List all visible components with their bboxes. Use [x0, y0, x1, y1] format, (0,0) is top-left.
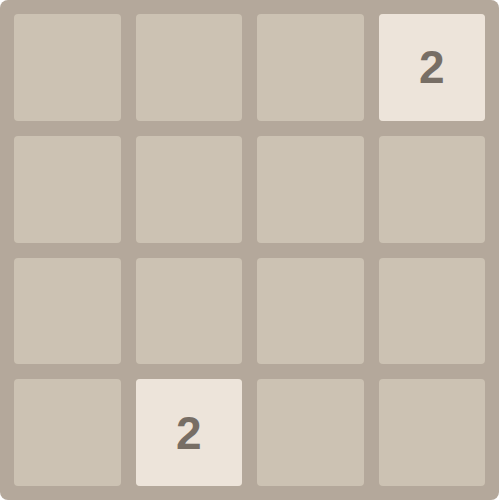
cell-r1c2-empty: [136, 14, 243, 121]
cell-r3c4-empty: [379, 258, 486, 365]
cell-r2c3-empty: [257, 136, 364, 243]
cell-r2c4-empty: [379, 136, 486, 243]
cell-r4c1-empty: [14, 379, 121, 486]
cell-r1c3-empty: [257, 14, 364, 121]
cell-r4c3-empty: [257, 379, 364, 486]
tile-2: 2: [379, 14, 486, 121]
cell-r3c3-empty: [257, 258, 364, 365]
cell-r4c4-empty: [379, 379, 486, 486]
cell-r1c1-empty: [14, 14, 121, 121]
cell-r1c4: 2: [379, 14, 486, 121]
cell-r2c1-empty: [14, 136, 121, 243]
cell-r4c2: 2: [136, 379, 243, 486]
cell-r3c2-empty: [136, 258, 243, 365]
cell-r2c2-empty: [136, 136, 243, 243]
cell-r3c1-empty: [14, 258, 121, 365]
board-2048[interactable]: 22: [0, 0, 499, 500]
tile-2: 2: [136, 379, 243, 486]
